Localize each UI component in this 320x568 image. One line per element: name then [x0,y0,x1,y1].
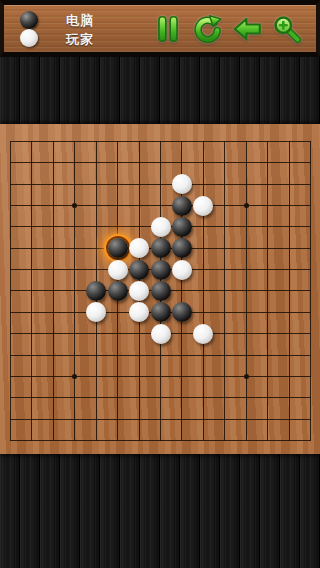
stone-white [129,302,149,322]
stone-white [151,324,171,344]
top-bar: 电脑 玩家 [0,0,320,57]
game-board [0,124,320,454]
star-point [72,374,77,379]
pause-button[interactable] [151,12,185,46]
back-arrow-icon [231,13,263,45]
zoom-in-icon [270,13,302,45]
stone-black [172,196,192,216]
stone-black [86,281,106,301]
stone-white [129,281,149,301]
star-point [72,203,77,208]
pause-icon [152,13,184,45]
zoom-button[interactable] [269,12,303,46]
stone-white [172,260,192,280]
stone-black [151,281,171,301]
stone-black-last-move [108,238,128,258]
stone-white [151,217,171,237]
back-button[interactable] [230,12,264,46]
computer-player-label: 电脑 [66,12,136,30]
stone-black [172,217,192,237]
human-player-label: 玩家 [66,31,136,49]
stone-white [108,260,128,280]
stone-black [129,260,149,280]
stone-white [172,174,192,194]
stone-black [108,281,128,301]
stone-black [172,238,192,258]
board-grid[interactable] [10,141,311,441]
stone-black [151,302,171,322]
stone-black [151,238,171,258]
star-point [244,203,249,208]
stone-white [129,238,149,258]
undo-icon [191,13,223,45]
black-stone-icon [20,11,38,29]
stone-black [172,302,192,322]
white-stone-icon [20,29,38,47]
stone-white [193,196,213,216]
stone-black [151,260,171,280]
undo-button[interactable] [190,12,224,46]
stone-white [86,302,106,322]
star-point [244,374,249,379]
stone-white [193,324,213,344]
